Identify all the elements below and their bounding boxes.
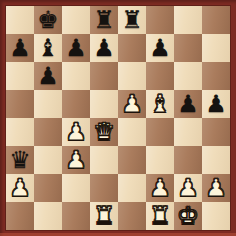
square-d5[interactable]	[90, 90, 118, 118]
square-g5[interactable]: ♟	[174, 90, 202, 118]
square-f2[interactable]: ♟	[146, 174, 174, 202]
black-queen[interactable]: ♛	[9, 146, 31, 174]
square-d1[interactable]: ♜	[90, 202, 118, 230]
square-g4[interactable]	[174, 118, 202, 146]
black-bishop[interactable]: ♝	[37, 34, 59, 62]
square-f3[interactable]	[146, 146, 174, 174]
square-g8[interactable]	[174, 6, 202, 34]
black-king[interactable]: ♚	[37, 6, 59, 34]
white-queen[interactable]: ♛	[93, 118, 115, 146]
black-pawn[interactable]: ♟	[93, 34, 115, 62]
square-g7[interactable]	[174, 34, 202, 62]
square-f4[interactable]	[146, 118, 174, 146]
square-a5[interactable]	[6, 90, 34, 118]
square-b8[interactable]: ♚	[34, 6, 62, 34]
square-b4[interactable]	[34, 118, 62, 146]
square-b1[interactable]	[34, 202, 62, 230]
square-h1[interactable]	[202, 202, 230, 230]
white-pawn[interactable]: ♟	[9, 174, 31, 202]
square-a4[interactable]	[6, 118, 34, 146]
black-rook[interactable]: ♜	[121, 6, 143, 34]
black-pawn[interactable]: ♟	[65, 34, 87, 62]
white-pawn[interactable]: ♟	[65, 118, 87, 146]
square-e3[interactable]	[118, 146, 146, 174]
square-h8[interactable]	[202, 6, 230, 34]
square-b2[interactable]	[34, 174, 62, 202]
square-b6[interactable]: ♟	[34, 62, 62, 90]
square-h7[interactable]	[202, 34, 230, 62]
square-c3[interactable]: ♟	[62, 146, 90, 174]
square-e8[interactable]: ♜	[118, 6, 146, 34]
board-frame: ♚♜♜♟♝♟♟♟♟♟♝♟♟♟♛♛♟♟♟♟♟♜♜♚	[0, 0, 236, 236]
white-rook[interactable]: ♜	[93, 202, 115, 230]
white-pawn[interactable]: ♟	[149, 174, 171, 202]
white-king[interactable]: ♚	[177, 202, 199, 230]
square-a6[interactable]	[6, 62, 34, 90]
square-g6[interactable]	[174, 62, 202, 90]
square-c5[interactable]	[62, 90, 90, 118]
square-d4[interactable]: ♛	[90, 118, 118, 146]
square-f5[interactable]: ♝	[146, 90, 174, 118]
square-e1[interactable]	[118, 202, 146, 230]
square-f8[interactable]	[146, 6, 174, 34]
white-pawn[interactable]: ♟	[65, 146, 87, 174]
white-bishop[interactable]: ♝	[149, 90, 171, 118]
square-e4[interactable]	[118, 118, 146, 146]
square-d2[interactable]	[90, 174, 118, 202]
square-e2[interactable]	[118, 174, 146, 202]
white-pawn[interactable]: ♟	[205, 174, 227, 202]
square-f6[interactable]	[146, 62, 174, 90]
square-d3[interactable]	[90, 146, 118, 174]
square-e7[interactable]	[118, 34, 146, 62]
square-h5[interactable]: ♟	[202, 90, 230, 118]
square-b3[interactable]	[34, 146, 62, 174]
white-pawn[interactable]: ♟	[177, 174, 199, 202]
square-c6[interactable]	[62, 62, 90, 90]
square-c1[interactable]	[62, 202, 90, 230]
square-a3[interactable]: ♛	[6, 146, 34, 174]
black-pawn[interactable]: ♟	[205, 90, 227, 118]
square-g2[interactable]: ♟	[174, 174, 202, 202]
white-rook[interactable]: ♜	[149, 202, 171, 230]
black-rook[interactable]: ♜	[93, 6, 115, 34]
square-e6[interactable]	[118, 62, 146, 90]
square-f1[interactable]: ♜	[146, 202, 174, 230]
square-c8[interactable]	[62, 6, 90, 34]
white-pawn[interactable]: ♟	[121, 90, 143, 118]
square-a7[interactable]: ♟	[6, 34, 34, 62]
black-pawn[interactable]: ♟	[37, 62, 59, 90]
square-g3[interactable]	[174, 146, 202, 174]
chess-board: ♚♜♜♟♝♟♟♟♟♟♝♟♟♟♛♛♟♟♟♟♟♜♜♚	[6, 6, 230, 230]
square-h2[interactable]: ♟	[202, 174, 230, 202]
black-pawn[interactable]: ♟	[9, 34, 31, 62]
square-h6[interactable]	[202, 62, 230, 90]
square-h4[interactable]	[202, 118, 230, 146]
square-c2[interactable]	[62, 174, 90, 202]
square-g1[interactable]: ♚	[174, 202, 202, 230]
square-a2[interactable]: ♟	[6, 174, 34, 202]
square-d8[interactable]: ♜	[90, 6, 118, 34]
black-pawn[interactable]: ♟	[149, 34, 171, 62]
square-d6[interactable]	[90, 62, 118, 90]
black-pawn[interactable]: ♟	[177, 90, 199, 118]
square-d7[interactable]: ♟	[90, 34, 118, 62]
square-a1[interactable]	[6, 202, 34, 230]
square-e5[interactable]: ♟	[118, 90, 146, 118]
square-f7[interactable]: ♟	[146, 34, 174, 62]
square-a8[interactable]	[6, 6, 34, 34]
square-b5[interactable]	[34, 90, 62, 118]
square-c4[interactable]: ♟	[62, 118, 90, 146]
square-b7[interactable]: ♝	[34, 34, 62, 62]
square-h3[interactable]	[202, 146, 230, 174]
square-c7[interactable]: ♟	[62, 34, 90, 62]
